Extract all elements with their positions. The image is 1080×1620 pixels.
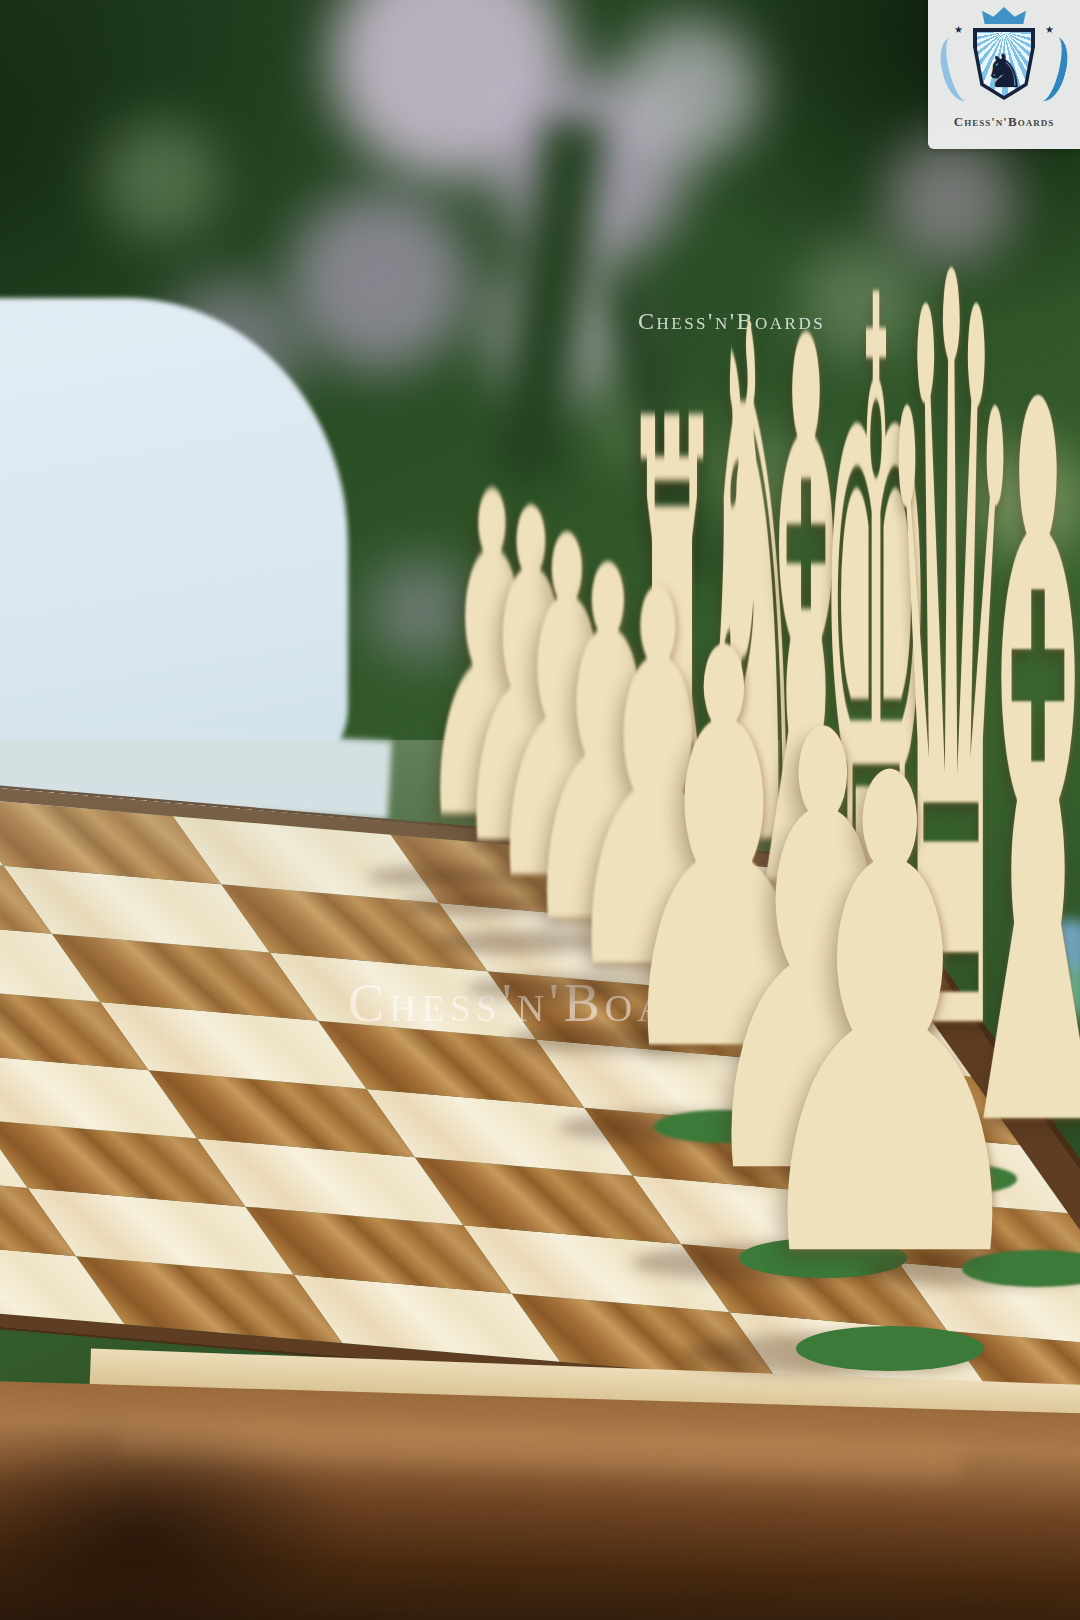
star-icon: ★: [1045, 24, 1054, 35]
crown-icon: [982, 7, 1026, 24]
star-icon: ★: [954, 24, 963, 35]
pieces-layer: ♟♜♟♟♞♟♝♟♚♟♛♟♝♟: [0, 0, 1080, 1620]
piece-white-pawn-a2: ♟: [737, 692, 1043, 1350]
